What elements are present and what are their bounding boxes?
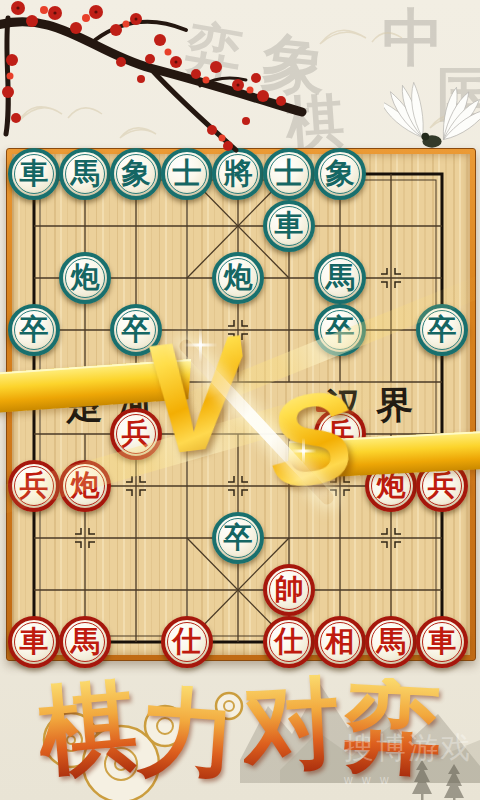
piece-black-horse[interactable]: 馬	[314, 252, 366, 304]
piece-glyph: 仕	[173, 627, 202, 656]
piece-glyph: 馬	[71, 159, 100, 188]
piece-black-advisor[interactable]: 士	[161, 148, 213, 200]
piece-red-advisor[interactable]: 仕	[161, 616, 213, 668]
background-calligraphy-char: 国	[436, 56, 480, 134]
piece-glyph: 象	[122, 159, 151, 188]
piece-black-elephant[interactable]: 象	[314, 148, 366, 200]
title-char: 力	[136, 683, 241, 788]
piece-red-general[interactable]: 帥	[263, 564, 315, 616]
piece-glyph: 車	[275, 211, 304, 240]
piece-glyph: 卒	[428, 315, 457, 344]
piece-glyph: 卒	[20, 315, 49, 344]
piece-black-soldier[interactable]: 卒	[212, 512, 264, 564]
xiangqi-vs-screen: { "game": "xiangqi", "screen": "vs-match…	[0, 0, 480, 800]
piece-glyph: 炮	[224, 263, 253, 292]
piece-red-advisor[interactable]: 仕	[263, 616, 315, 668]
cloud-swirl-pattern	[0, 0, 480, 150]
piece-red-chariot[interactable]: 車	[8, 616, 60, 668]
piece-red-soldier[interactable]: 兵	[8, 460, 60, 512]
piece-glyph: 帥	[275, 575, 304, 604]
piece-red-chariot[interactable]: 車	[416, 616, 468, 668]
piece-glyph: 卒	[224, 523, 253, 552]
piece-black-horse[interactable]: 馬	[59, 148, 111, 200]
piece-black-soldier[interactable]: 卒	[314, 304, 366, 356]
title-char: 对	[240, 674, 343, 777]
piece-glyph: 炮	[377, 471, 406, 500]
piece-red-elephant[interactable]: 相	[314, 616, 366, 668]
piece-red-horse[interactable]: 馬	[59, 616, 111, 668]
piece-black-soldier[interactable]: 卒	[8, 304, 60, 356]
app-title: 棋 力 对 弈	[0, 676, 480, 774]
piece-black-advisor[interactable]: 士	[263, 148, 315, 200]
piece-glyph: 馬	[326, 263, 355, 292]
piece-glyph: 馬	[71, 627, 100, 656]
piece-black-cannon[interactable]: 炮	[59, 252, 111, 304]
piece-glyph: 炮	[71, 471, 100, 500]
piece-glyph: 仕	[275, 627, 304, 656]
piece-black-chariot[interactable]: 車	[263, 200, 315, 252]
bird-magpie	[384, 78, 480, 152]
piece-black-cannon[interactable]: 炮	[212, 252, 264, 304]
piece-black-elephant[interactable]: 象	[110, 148, 162, 200]
piece-black-soldier[interactable]: 卒	[416, 304, 468, 356]
piece-glyph: 車	[20, 627, 49, 656]
piece-glyph: 車	[20, 159, 49, 188]
piece-glyph: 象	[326, 159, 355, 188]
title-char: 棋	[34, 676, 140, 782]
title-char: 弈	[341, 675, 444, 778]
piece-glyph: 卒	[326, 315, 355, 344]
piece-glyph: 兵	[428, 471, 457, 500]
background-calligraphy-char: 弈	[180, 10, 248, 95]
piece-glyph: 車	[428, 627, 457, 656]
background-calligraphy-char: 象	[258, 19, 331, 112]
piece-glyph: 將	[224, 159, 253, 188]
piece-red-horse[interactable]: 馬	[365, 616, 417, 668]
piece-black-general[interactable]: 將	[212, 148, 264, 200]
piece-glyph: 炮	[71, 263, 100, 292]
piece-red-cannon[interactable]: 炮	[59, 460, 111, 512]
plum-blossom-branch	[0, 0, 330, 170]
piece-glyph: 相	[326, 627, 355, 656]
piece-black-chariot[interactable]: 車	[8, 148, 60, 200]
background-calligraphy-char: 中	[382, 0, 444, 80]
piece-glyph: 兵	[20, 471, 49, 500]
piece-glyph: 士	[173, 159, 202, 188]
piece-glyph: 馬	[377, 627, 406, 656]
piece-glyph: 士	[275, 159, 304, 188]
